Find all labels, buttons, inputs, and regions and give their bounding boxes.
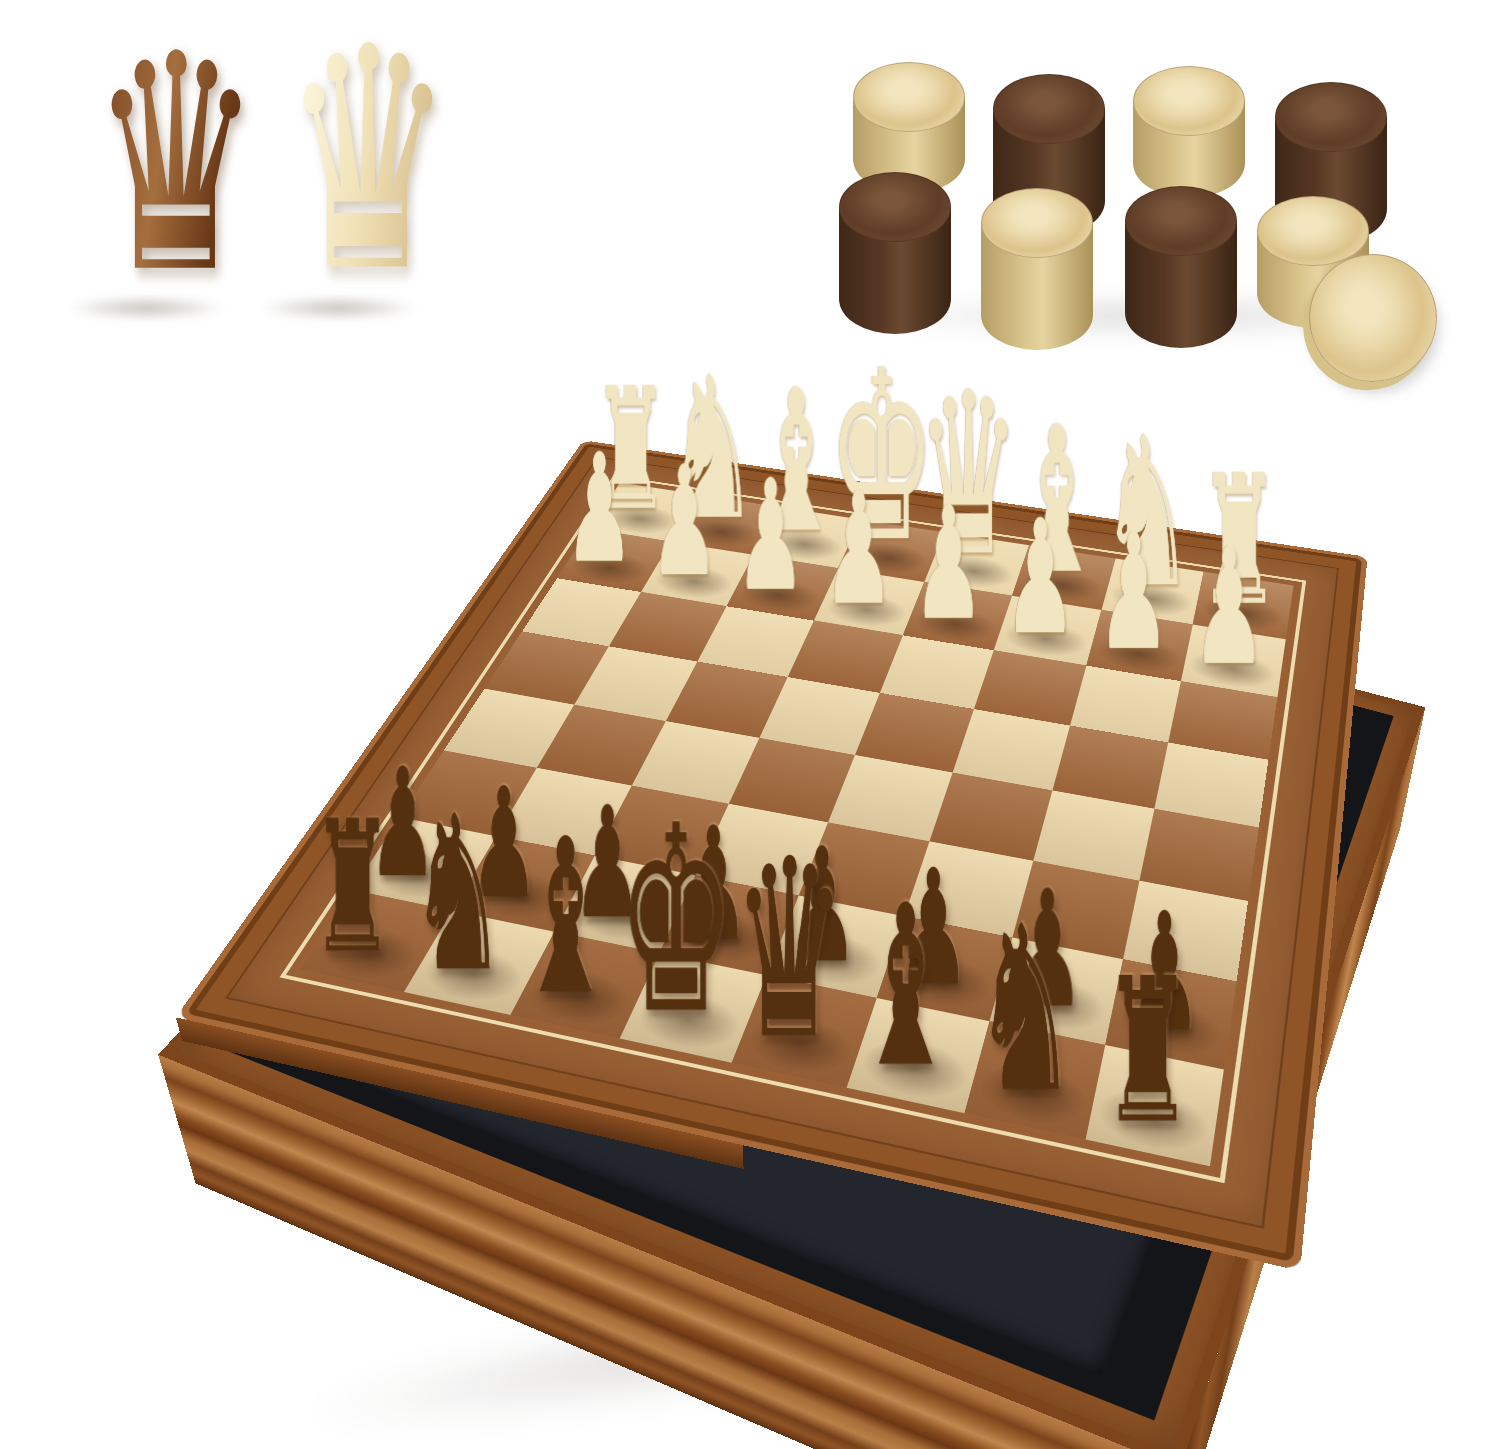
piece-dark-knight: ♞ (973, 896, 1077, 1124)
checker-disc-dark (1275, 82, 1387, 184)
board-grid: ♜♞♝♚♛♝♞♜♟♟♟♟♟♟♟♟♟♟♟♟♟♟♟♟♜♞♝♚♛♝♞♜ (300, 483, 1293, 1167)
checker-disc-dark (993, 74, 1105, 176)
piece-dark-bishop: ♝ (517, 812, 615, 1025)
piece-white-pawn: ♟ (823, 472, 894, 627)
piece-white-pawn: ♟ (1004, 499, 1076, 657)
piece-white-pawn: ♟ (913, 485, 985, 641)
piece-dark-rook: ♜ (311, 797, 394, 979)
checker-disc-light (853, 62, 965, 164)
checker-disc-dark (839, 172, 951, 274)
piece-white-pawn: ♟ (1192, 527, 1266, 688)
piece-white-pawn: ♟ (565, 434, 634, 584)
piece-white-pawn: ♟ (1097, 513, 1170, 673)
piece-dark-king: ♚ (617, 792, 735, 1049)
checker-disc-light (981, 188, 1093, 290)
piece-dark-rook: ♜ (1102, 952, 1193, 1151)
product-photo: ♛ ♛ (0, 0, 1500, 1449)
checker-disc-dark (1125, 186, 1237, 288)
piece-dark-bishop: ♝ (855, 877, 956, 1099)
checkers-pieces (835, 4, 1495, 354)
piece-white-pawn: ♟ (736, 459, 806, 612)
piece-dark-queen: ♛ (733, 827, 846, 1074)
piece-white-pawn: ♟ (649, 446, 718, 598)
checker-disc-light (1133, 66, 1245, 168)
scene: ♜♞♝♚♛♝♞♜♟♟♟♟♟♟♟♟♟♟♟♟♟♟♟♟♜♞♝♚♛♝♞♜ (0, 250, 1500, 1449)
piece-dark-knight: ♞ (409, 788, 507, 1002)
square-f2: ♟ (727, 555, 839, 621)
